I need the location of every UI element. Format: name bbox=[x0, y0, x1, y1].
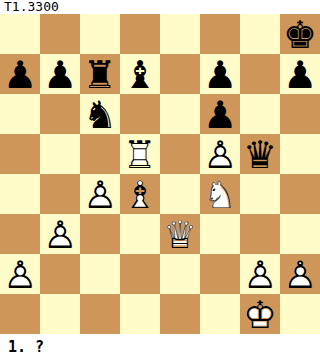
white-pawn[interactable]: ♟♙ bbox=[40, 214, 80, 254]
square-h4[interactable] bbox=[280, 174, 320, 214]
square-h2[interactable]: ♟♙ bbox=[280, 254, 320, 294]
square-c2[interactable] bbox=[80, 254, 120, 294]
white-pawn-outline: ♙ bbox=[80, 174, 120, 214]
black-rook-glyph: ♜ bbox=[80, 54, 120, 94]
square-f6[interactable]: ♟ bbox=[200, 94, 240, 134]
square-c1[interactable] bbox=[80, 294, 120, 334]
black-king[interactable]: ♚ bbox=[280, 14, 320, 54]
square-c3[interactable] bbox=[80, 214, 120, 254]
white-pawn-outline: ♙ bbox=[280, 254, 320, 294]
square-c4[interactable]: ♟♙ bbox=[80, 174, 120, 214]
square-d1[interactable] bbox=[120, 294, 160, 334]
black-pawn-glyph: ♟ bbox=[200, 54, 240, 94]
square-d2[interactable] bbox=[120, 254, 160, 294]
square-f5[interactable]: ♟♙ bbox=[200, 134, 240, 174]
square-h3[interactable] bbox=[280, 214, 320, 254]
black-pawn[interactable]: ♟ bbox=[280, 54, 320, 94]
black-pawn[interactable]: ♟ bbox=[200, 54, 240, 94]
square-f1[interactable] bbox=[200, 294, 240, 334]
square-g1[interactable]: ♚♔ bbox=[240, 294, 280, 334]
white-pawn-outline: ♙ bbox=[240, 254, 280, 294]
white-rook[interactable]: ♜♖ bbox=[120, 134, 160, 174]
square-g3[interactable] bbox=[240, 214, 280, 254]
square-a3[interactable] bbox=[0, 214, 40, 254]
square-f8[interactable] bbox=[200, 14, 240, 54]
white-pawn-outline: ♙ bbox=[40, 214, 80, 254]
square-c5[interactable] bbox=[80, 134, 120, 174]
square-b2[interactable] bbox=[40, 254, 80, 294]
black-bishop-glyph: ♝ bbox=[120, 54, 160, 94]
square-c8[interactable] bbox=[80, 14, 120, 54]
black-bishop[interactable]: ♝ bbox=[120, 54, 160, 94]
square-e5[interactable] bbox=[160, 134, 200, 174]
black-pawn[interactable]: ♟ bbox=[0, 54, 40, 94]
black-pawn[interactable]: ♟ bbox=[40, 54, 80, 94]
square-g4[interactable] bbox=[240, 174, 280, 214]
square-e4[interactable] bbox=[160, 174, 200, 214]
white-queen[interactable]: ♛♕ bbox=[160, 214, 200, 254]
square-g5[interactable]: ♛ bbox=[240, 134, 280, 174]
white-pawn[interactable]: ♟♙ bbox=[0, 254, 40, 294]
white-pawn[interactable]: ♟♙ bbox=[80, 174, 120, 214]
square-a7[interactable]: ♟ bbox=[0, 54, 40, 94]
puzzle-title: T1.3300 bbox=[0, 0, 320, 14]
square-b5[interactable] bbox=[40, 134, 80, 174]
white-pawn-outline: ♙ bbox=[0, 254, 40, 294]
chess-board: ♚♟♟♜♝♟♟♞♟♜♖♟♙♛♟♙♝♗♞♘♟♙♛♕♟♙♟♙♟♙♚♔ bbox=[0, 14, 320, 334]
square-d6[interactable] bbox=[120, 94, 160, 134]
black-pawn-glyph: ♟ bbox=[40, 54, 80, 94]
square-a8[interactable] bbox=[0, 14, 40, 54]
white-rook-outline: ♖ bbox=[120, 134, 160, 174]
white-pawn[interactable]: ♟♙ bbox=[280, 254, 320, 294]
white-bishop-outline: ♗ bbox=[120, 174, 160, 214]
black-knight[interactable]: ♞ bbox=[80, 94, 120, 134]
square-a2[interactable]: ♟♙ bbox=[0, 254, 40, 294]
square-b7[interactable]: ♟ bbox=[40, 54, 80, 94]
square-f3[interactable] bbox=[200, 214, 240, 254]
white-pawn[interactable]: ♟♙ bbox=[200, 134, 240, 174]
square-c7[interactable]: ♜ bbox=[80, 54, 120, 94]
square-g2[interactable]: ♟♙ bbox=[240, 254, 280, 294]
square-e6[interactable] bbox=[160, 94, 200, 134]
white-bishop[interactable]: ♝♗ bbox=[120, 174, 160, 214]
square-d4[interactable]: ♝♗ bbox=[120, 174, 160, 214]
square-b3[interactable]: ♟♙ bbox=[40, 214, 80, 254]
square-e2[interactable] bbox=[160, 254, 200, 294]
square-e8[interactable] bbox=[160, 14, 200, 54]
square-g7[interactable] bbox=[240, 54, 280, 94]
white-pawn[interactable]: ♟♙ bbox=[240, 254, 280, 294]
black-queen-glyph: ♛ bbox=[240, 134, 280, 174]
white-queen-outline: ♕ bbox=[160, 214, 200, 254]
white-king-outline: ♔ bbox=[240, 294, 280, 334]
square-e1[interactable] bbox=[160, 294, 200, 334]
square-a4[interactable] bbox=[0, 174, 40, 214]
black-pawn-glyph: ♟ bbox=[0, 54, 40, 94]
square-f7[interactable]: ♟ bbox=[200, 54, 240, 94]
square-d3[interactable] bbox=[120, 214, 160, 254]
square-e3[interactable]: ♛♕ bbox=[160, 214, 200, 254]
square-a5[interactable] bbox=[0, 134, 40, 174]
square-h1[interactable] bbox=[280, 294, 320, 334]
square-h6[interactable] bbox=[280, 94, 320, 134]
square-c6[interactable]: ♞ bbox=[80, 94, 120, 134]
chess-trainer-window: T1.3300 ♚♟♟♜♝♟♟♞♟♜♖♟♙♛♟♙♝♗♞♘♟♙♛♕♟♙♟♙♟♙♚♔… bbox=[0, 0, 320, 360]
black-pawn-glyph: ♟ bbox=[280, 54, 320, 94]
white-pawn-outline: ♙ bbox=[200, 134, 240, 174]
square-a1[interactable] bbox=[0, 294, 40, 334]
black-pawn[interactable]: ♟ bbox=[200, 94, 240, 134]
white-knight[interactable]: ♞♘ bbox=[200, 174, 240, 214]
square-e7[interactable] bbox=[160, 54, 200, 94]
black-king-glyph: ♚ bbox=[280, 14, 320, 54]
square-b6[interactable] bbox=[40, 94, 80, 134]
black-queen[interactable]: ♛ bbox=[240, 134, 280, 174]
square-a6[interactable] bbox=[0, 94, 40, 134]
square-d8[interactable] bbox=[120, 14, 160, 54]
square-b4[interactable] bbox=[40, 174, 80, 214]
square-f2[interactable] bbox=[200, 254, 240, 294]
move-prompt: 1. ? bbox=[0, 334, 320, 360]
square-d5[interactable]: ♜♖ bbox=[120, 134, 160, 174]
square-g6[interactable] bbox=[240, 94, 280, 134]
square-g8[interactable] bbox=[240, 14, 280, 54]
square-h8[interactable]: ♚ bbox=[280, 14, 320, 54]
white-knight-outline: ♘ bbox=[200, 174, 240, 214]
square-f4[interactable]: ♞♘ bbox=[200, 174, 240, 214]
square-h5[interactable] bbox=[280, 134, 320, 174]
black-knight-glyph: ♞ bbox=[80, 94, 120, 134]
black-rook[interactable]: ♜ bbox=[80, 54, 120, 94]
square-d7[interactable]: ♝ bbox=[120, 54, 160, 94]
black-pawn-glyph: ♟ bbox=[200, 94, 240, 134]
square-b8[interactable] bbox=[40, 14, 80, 54]
square-b1[interactable] bbox=[40, 294, 80, 334]
square-h7[interactable]: ♟ bbox=[280, 54, 320, 94]
white-king[interactable]: ♚♔ bbox=[240, 294, 280, 334]
